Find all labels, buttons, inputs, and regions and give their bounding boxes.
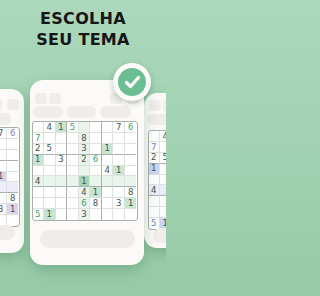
sudoku-cell: [56, 166, 68, 177]
sudoku-cell: 1: [56, 122, 68, 133]
sudoku-cell: [33, 198, 45, 209]
sudoku-cell: [0, 182, 7, 193]
sudoku-cell: 6: [125, 122, 137, 133]
page-title-line2: SEU TEMA: [0, 29, 166, 50]
skeleton-pill: [0, 225, 15, 240]
sudoku-cell: 8: [125, 187, 137, 198]
sudoku-cell: [160, 175, 166, 186]
sudoku-cell: [56, 187, 68, 198]
sudoku-cell: [90, 133, 102, 144]
sudoku-cell: [125, 133, 137, 144]
skeleton-square: [7, 99, 19, 110]
sudoku-cell: 4: [44, 122, 56, 133]
sudoku-cell: 1: [44, 209, 56, 220]
sudoku-cell: [149, 207, 161, 218]
sudoku-cell: 2: [33, 144, 45, 155]
sudoku-board-purple: 41576782531132641414186831513: [0, 127, 20, 227]
sudoku-cell: 7: [149, 142, 161, 153]
sudoku-cell: [113, 209, 125, 220]
sudoku-cell: [44, 187, 56, 198]
sudoku-cell: [67, 209, 79, 220]
skeleton-square: [49, 93, 61, 104]
sudoku-cell: [0, 150, 7, 161]
sudoku-cell: [56, 176, 68, 187]
sudoku-cell: [79, 166, 91, 177]
sudoku-cell: [113, 176, 125, 187]
sudoku-cell: 4: [79, 187, 91, 198]
sudoku-cell: [125, 176, 137, 187]
sudoku-cell: 1: [102, 144, 114, 155]
sudoku-cell: [44, 176, 56, 187]
sudoku-cell: [149, 175, 161, 186]
sudoku-cell: [102, 198, 114, 209]
sudoku-cell: [44, 155, 56, 166]
sudoku-cell: [102, 187, 114, 198]
sudoku-cell: [56, 209, 68, 220]
sudoku-cell: [0, 161, 7, 172]
sudoku-cell: 1: [7, 204, 19, 215]
sudoku-cell: 1: [90, 187, 102, 198]
sudoku-cell: [113, 144, 125, 155]
page-title: ESCOLHA SEU TEMA: [0, 8, 166, 50]
sudoku-cell: [160, 207, 166, 218]
sudoku-cell: 7: [33, 133, 45, 144]
sudoku-cell: 4: [160, 131, 166, 142]
sudoku-cell: [7, 172, 19, 183]
sudoku-cell: 5: [160, 153, 166, 164]
skeleton-pill: [100, 106, 132, 118]
check-icon: [124, 75, 141, 89]
skeleton-pill: [147, 114, 167, 126]
sudoku-cell: [160, 185, 166, 196]
sudoku-cell: [56, 198, 68, 209]
sudoku-cell: [44, 166, 56, 177]
sudoku-cell: 4: [33, 176, 45, 187]
selected-theme-badge: [113, 63, 151, 101]
sudoku-cell: [113, 133, 125, 144]
sudoku-cell: [33, 166, 45, 177]
sudoku-cell: 8: [90, 198, 102, 209]
sudoku-cell: 1: [125, 198, 137, 209]
sudoku-cell: [0, 139, 7, 150]
sudoku-cell: [125, 209, 137, 220]
skeleton-pill: [33, 106, 63, 118]
sudoku-cell: 2: [79, 155, 91, 166]
sudoku-cell: 3: [113, 198, 125, 209]
sudoku-cell: [56, 133, 68, 144]
sudoku-cell: [125, 166, 137, 177]
sudoku-cell: [0, 193, 7, 204]
sudoku-cell: [44, 198, 56, 209]
skeleton-pill: [40, 230, 135, 248]
sudoku-cell: 1: [33, 155, 45, 166]
sudoku-cell: 1: [113, 166, 125, 177]
sudoku-cell: [7, 139, 19, 150]
sudoku-cell: [7, 182, 19, 193]
sudoku-cell: 3: [56, 155, 68, 166]
sudoku-cell: [56, 144, 68, 155]
theme-option-blue[interactable]: 41576782531132641414186831513: [144, 93, 167, 248]
page-title-line1: ESCOLHA: [0, 8, 166, 29]
sudoku-cell: 8: [79, 133, 91, 144]
sudoku-cell: 7: [0, 128, 7, 139]
sudoku-cell: 3: [0, 204, 7, 215]
skeleton-square: [149, 100, 161, 111]
badge-circle: [118, 68, 146, 96]
sudoku-cell: [125, 144, 137, 155]
sudoku-cell: [90, 166, 102, 177]
sudoku-cell: [79, 122, 91, 133]
sudoku-cell: [149, 131, 161, 142]
sudoku-cell: 1: [79, 176, 91, 187]
sudoku-cell: [160, 164, 166, 175]
sudoku-cell: [67, 166, 79, 177]
sudoku-cell: [149, 196, 161, 207]
sudoku-cell: 4: [102, 166, 114, 177]
sudoku-cell: [90, 209, 102, 220]
skeleton-square: [35, 93, 47, 104]
sudoku-cell: 3: [79, 144, 91, 155]
sudoku-cell: 5: [67, 122, 79, 133]
sudoku-cell: 1: [0, 172, 7, 183]
skeleton-pill: [153, 228, 166, 243]
sudoku-cell: 2: [149, 153, 161, 164]
sudoku-cell: 7: [113, 122, 125, 133]
sudoku-cell: [33, 187, 45, 198]
skeleton-pill: [67, 106, 96, 118]
sudoku-cell: [160, 196, 166, 207]
skeleton-square: [163, 100, 167, 111]
sudoku-cell: [125, 155, 137, 166]
sudoku-cell: [7, 161, 19, 172]
sudoku-cell: [102, 155, 114, 166]
sudoku-cell: 6: [79, 198, 91, 209]
sudoku-cell: [102, 209, 114, 220]
sudoku-cell: [113, 187, 125, 198]
skeleton-square: [0, 99, 2, 110]
sudoku-cell: [67, 176, 79, 187]
sudoku-board-blue: 41576782531132641414186831513: [148, 130, 167, 230]
sudoku-cell: [102, 176, 114, 187]
sudoku-cell: [113, 155, 125, 166]
sudoku-cell: [67, 155, 79, 166]
sudoku-cell: 5: [44, 144, 56, 155]
sudoku-cell: 3: [79, 209, 91, 220]
sudoku-cell: [67, 144, 79, 155]
sudoku-cell: [90, 144, 102, 155]
sudoku-cell: [7, 150, 19, 161]
sudoku-cell: [90, 122, 102, 133]
sudoku-cell: [67, 133, 79, 144]
sudoku-cell: [102, 133, 114, 144]
sudoku-cell: 6: [7, 128, 19, 139]
sudoku-cell: [33, 122, 45, 133]
theme-option-green-selected[interactable]: 41576782531132641414186831513: [30, 80, 144, 265]
sudoku-cell: [67, 187, 79, 198]
sudoku-cell: 8: [7, 193, 19, 204]
theme-option-purple[interactable]: 41576782531132641414186831513: [0, 89, 24, 253]
sudoku-cell: 4: [149, 185, 161, 196]
sudoku-cell: [160, 142, 166, 153]
sudoku-cell: [67, 198, 79, 209]
sudoku-cell: [44, 133, 56, 144]
sudoku-cell: 5: [33, 209, 45, 220]
sudoku-cell: 6: [90, 155, 102, 166]
sudoku-cell: [102, 122, 114, 133]
sudoku-cell: [90, 176, 102, 187]
sudoku-board-green: 41576782531132641414186831513: [32, 121, 138, 221]
skeleton-pill: [0, 113, 11, 125]
sudoku-cell: 1: [149, 164, 161, 175]
